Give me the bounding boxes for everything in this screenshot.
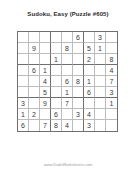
sudoku-cell-r9c1: 6 bbox=[18, 120, 29, 131]
sudoku-cell-r5c9: 7 bbox=[106, 76, 117, 87]
sudoku-cell-r6c7: 6 bbox=[84, 87, 95, 98]
sudoku-cell-r6c4 bbox=[51, 87, 62, 98]
sudoku-cell-r8c4: 6 bbox=[51, 109, 62, 120]
sudoku-cell-r2c4 bbox=[51, 43, 62, 54]
sudoku-cell-r7c4 bbox=[51, 98, 62, 109]
sudoku-cell-r4c5 bbox=[62, 65, 73, 76]
sudoku-cell-r2c5: 8 bbox=[62, 43, 73, 54]
sudoku-cell-r9c5: 4 bbox=[62, 120, 73, 131]
sudoku-cell-r9c8 bbox=[95, 120, 106, 131]
sudoku-cell-r6c3: 5 bbox=[40, 87, 51, 98]
sudoku-cell-r1c2 bbox=[29, 32, 40, 43]
sudoku-cell-r3c8 bbox=[95, 54, 106, 65]
sudoku-cell-r5c2 bbox=[29, 76, 40, 87]
sudoku-cell-r1c3 bbox=[40, 32, 51, 43]
sudoku-cell-r2c2: 9 bbox=[29, 43, 40, 54]
sudoku-cell-r4c4 bbox=[51, 65, 62, 76]
sudoku-cell-r2c9 bbox=[106, 43, 117, 54]
sudoku-cell-r1c5 bbox=[62, 32, 73, 43]
sudoku-cell-r7c6 bbox=[73, 98, 84, 109]
sudoku-cell-r4c1 bbox=[18, 65, 29, 76]
sudoku-cell-r9c3: 7 bbox=[40, 120, 51, 131]
sudoku-cell-r6c6 bbox=[73, 87, 84, 98]
sudoku-cell-r8c1: 1 bbox=[18, 109, 29, 120]
sudoku-cell-r2c8: 1 bbox=[95, 43, 106, 54]
sudoku-cell-r8c9 bbox=[106, 109, 117, 120]
sudoku-cell-r5c4 bbox=[51, 76, 62, 87]
sudoku-cell-r3c6 bbox=[73, 54, 84, 65]
sudoku-cell-r9c2 bbox=[29, 120, 40, 131]
sudoku-cell-r4c6 bbox=[73, 65, 84, 76]
sudoku-cell-r7c5: 7 bbox=[62, 98, 73, 109]
sudoku-cell-r3c4: 1 bbox=[51, 54, 62, 65]
sudoku-cell-r3c1 bbox=[18, 54, 29, 65]
sudoku-cell-r8c6: 3 bbox=[73, 109, 84, 120]
sudoku-cell-r4c3: 1 bbox=[40, 65, 51, 76]
sudoku-cell-r7c2 bbox=[29, 98, 40, 109]
sudoku-cell-r4c8 bbox=[95, 65, 106, 76]
sudoku-cell-r7c8 bbox=[95, 98, 106, 109]
sudoku-cell-r3c3 bbox=[40, 54, 51, 65]
sudoku-cell-r5c6: 8 bbox=[73, 76, 84, 87]
sudoku-cell-r1c1 bbox=[18, 32, 29, 43]
sudoku-cell-r2c6 bbox=[73, 43, 84, 54]
page-title: Sudoku, Easy (Puzzle #605) bbox=[0, 11, 136, 17]
sudoku-cell-r2c7: 5 bbox=[84, 43, 95, 54]
sudoku-cell-r4c7 bbox=[84, 65, 95, 76]
sudoku-cell-r5c8 bbox=[95, 76, 106, 87]
sudoku-cell-r3c7: 2 bbox=[84, 54, 95, 65]
sudoku-cell-r6c1 bbox=[18, 87, 29, 98]
sudoku-cell-r7c7 bbox=[84, 98, 95, 109]
sudoku-cell-r5c5: 6 bbox=[62, 76, 73, 87]
sudoku-cell-r4c9: 4 bbox=[106, 65, 117, 76]
sudoku-cell-r8c8 bbox=[95, 109, 106, 120]
sudoku-cell-r9c4: 8 bbox=[51, 120, 62, 131]
sudoku-cell-r6c5: 1 bbox=[62, 87, 73, 98]
sudoku-cell-r5c3: 4 bbox=[40, 76, 51, 87]
sudoku-cell-r2c3 bbox=[40, 43, 51, 54]
sudoku-cell-r1c9 bbox=[106, 32, 117, 43]
sudoku-cell-r1c4 bbox=[51, 32, 62, 43]
sudoku-cell-r9c9 bbox=[106, 120, 117, 131]
sudoku-cell-r5c1 bbox=[18, 76, 29, 87]
sudoku-cell-r1c8: 3 bbox=[95, 32, 106, 43]
sudoku-cell-r1c6: 6 bbox=[73, 32, 84, 43]
footer-url: www.DadsWorksheets.com bbox=[0, 162, 136, 167]
sudoku-cell-r8c5 bbox=[62, 109, 73, 120]
sudoku-grid: 63985112861446817516339711263467843 bbox=[17, 31, 118, 132]
sudoku-cell-r8c7: 4 bbox=[84, 109, 95, 120]
sudoku-cell-r8c3 bbox=[40, 109, 51, 120]
sudoku-cell-r4c2: 6 bbox=[29, 65, 40, 76]
sudoku-cell-r9c7: 3 bbox=[84, 120, 95, 131]
sudoku-cell-r7c9: 1 bbox=[106, 98, 117, 109]
sudoku-cell-r6c8 bbox=[95, 87, 106, 98]
sudoku-cell-r9c6 bbox=[73, 120, 84, 131]
sudoku-cell-r3c5 bbox=[62, 54, 73, 65]
sudoku-cell-r7c3: 9 bbox=[40, 98, 51, 109]
sudoku-cell-r1c7 bbox=[84, 32, 95, 43]
sudoku-cell-r2c1 bbox=[18, 43, 29, 54]
sudoku-cell-r6c9: 3 bbox=[106, 87, 117, 98]
sudoku-sheet: Sudoku, Easy (Puzzle #605) 6398511286144… bbox=[0, 0, 136, 176]
sudoku-cell-r6c2 bbox=[29, 87, 40, 98]
sudoku-cell-r8c2: 2 bbox=[29, 109, 40, 120]
sudoku-cell-r5c7: 1 bbox=[84, 76, 95, 87]
sudoku-cell-r7c1: 3 bbox=[18, 98, 29, 109]
sudoku-cell-r3c9: 8 bbox=[106, 54, 117, 65]
sudoku-cell-r3c2 bbox=[29, 54, 40, 65]
